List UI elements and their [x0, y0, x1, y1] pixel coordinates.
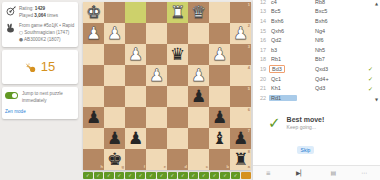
skip-button[interactable]: Skip [297, 146, 315, 154]
puzzle-rating: Rating: 1429 [19, 6, 58, 13]
square-c4[interactable]: ♟ [188, 65, 209, 86]
square-e8[interactable]: e [146, 149, 167, 170]
correct-move-check-icon: ✓ [357, 75, 380, 82]
move-row: 18Rb1Bb7 [253, 55, 380, 65]
black-move-cell[interactable] [313, 95, 357, 101]
black-move-cell[interactable]: Rb8 [313, 0, 357, 5]
white-move-cell[interactable]: Bxh6 [269, 18, 313, 24]
black-move-cell[interactable]: Nf6 [313, 37, 357, 43]
white-move-cell[interactable]: Qd2 [269, 37, 313, 43]
square-e1[interactable] [146, 2, 167, 23]
move-number: 13 [253, 8, 269, 14]
black-pawn: ♟ [233, 130, 248, 147]
move-row: 15Qxh6Ng4 [253, 26, 380, 36]
rank-coordinate: 4 [248, 66, 250, 70]
square-h4[interactable] [83, 65, 104, 86]
square-b1[interactable] [209, 2, 230, 23]
square-a5[interactable]: 5 [230, 86, 251, 107]
streak-solved-square: ✓ [115, 172, 125, 179]
streak-count: 15 [41, 58, 55, 77]
square-d8[interactable]: d [167, 149, 188, 170]
file-coordinate: c [206, 165, 208, 169]
white-pawn: ♟ [107, 25, 122, 42]
jump-toggle-label: Jump to next puzzle immediately [22, 91, 75, 104]
black-move-cell[interactable]: Bxc5 [313, 8, 357, 14]
analysis-icon[interactable]: ▤ [330, 170, 336, 176]
white-move-cell[interactable]: Qc1 [269, 76, 313, 82]
square-b3[interactable]: ♟ [209, 44, 230, 65]
square-h6[interactable]: ♟ [83, 107, 104, 128]
file-coordinate: g [122, 165, 124, 169]
streak-solved-square: ✓ [157, 172, 167, 179]
square-b2[interactable] [209, 23, 230, 44]
square-e4[interactable]: ♟ [146, 65, 167, 86]
scroll-up-icon[interactable]: ▲ [375, 1, 378, 6]
feedback-title: Best move! [287, 116, 325, 123]
rank-coordinate: 3 [248, 45, 250, 49]
from-game-link[interactable]: From game #5o1jK • Rapid [19, 23, 74, 30]
move-number: 22 [253, 95, 269, 101]
black-color-icon: ● [19, 37, 23, 42]
white-move-cell[interactable]: Kh1 [269, 85, 313, 91]
black-pawn: ♟ [107, 130, 122, 147]
correct-move-check-icon: ✓ [357, 65, 380, 72]
rank-coordinate: 6 [248, 108, 250, 112]
square-c6[interactable] [188, 107, 209, 128]
square-f5[interactable] [125, 86, 146, 107]
square-e2[interactable] [146, 23, 167, 44]
playback-controls: ≡▶▏▤⋯ [253, 165, 380, 180]
square-a4[interactable]: 4 [230, 65, 251, 86]
square-d6[interactable] [167, 107, 188, 128]
black-pawn: ♟ [191, 88, 206, 105]
streak-current-square [241, 172, 251, 179]
rank-coordinate: 1 [248, 3, 250, 7]
streak-comet-icon [25, 62, 36, 73]
move-row: 22Rd1 [253, 93, 380, 103]
menu-icon[interactable]: ≡ [266, 170, 271, 176]
move-row: 16Qd2Nf6 [253, 35, 380, 45]
move-number: 14 [253, 18, 269, 24]
board-column: ♚♜♛1♟♟♟2♟♛♟3♟♟4♟5♟♟6♟♟♝♟7h♚gfedcb♜8a ✓✓✓… [83, 2, 251, 180]
square-f7[interactable]: ♟ [125, 128, 146, 149]
file-coordinate: h [101, 165, 103, 169]
square-c5[interactable]: ♟ [188, 86, 209, 107]
best-move-check-icon: ✓ [268, 116, 281, 131]
black-move-cell[interactable]: Ng4 [313, 28, 357, 34]
puzzle-target-icon [5, 6, 16, 16]
square-f4[interactable] [125, 65, 146, 86]
square-e6[interactable] [146, 107, 167, 128]
square-d5[interactable] [167, 86, 188, 107]
move-row: 14Bxh6Bxh6 [253, 16, 380, 26]
square-g6[interactable] [104, 107, 125, 128]
white-pawn: ♟ [128, 46, 143, 63]
square-b4[interactable] [209, 65, 230, 86]
rank-coordinate: 8 [248, 150, 250, 154]
move-number: 21 [253, 85, 269, 91]
white-move-cell[interactable]: c4 [269, 0, 313, 5]
streak-solved-square: ✓ [178, 172, 188, 179]
streak-solved-square: ✓ [125, 172, 135, 179]
file-coordinate: f [144, 165, 145, 169]
streak-solved-square: ✓ [231, 172, 241, 179]
square-g8[interactable]: ♚g [104, 149, 125, 170]
square-g1[interactable] [104, 2, 125, 23]
square-f2[interactable] [125, 23, 146, 44]
black-bishop: ♝ [212, 130, 227, 147]
square-e7[interactable] [146, 128, 167, 149]
square-f8[interactable]: f [125, 149, 146, 170]
square-e5[interactable] [146, 86, 167, 107]
side-panel: ▲ ▼ 12c4Rb813Bc5Bxc514Bxh6Bxh615Qxh6Ng41… [253, 0, 380, 180]
square-a2[interactable]: ♟2 [230, 23, 251, 44]
move-number: 12 [253, 0, 269, 5]
zen-mode-link[interactable]: Zen mode [5, 109, 26, 116]
move-number: 18 [253, 56, 269, 62]
toggle-knob [12, 93, 17, 98]
square-a8[interactable]: ♜8a [230, 149, 251, 170]
square-d2[interactable] [167, 23, 188, 44]
black-queen: ♛ [170, 46, 185, 63]
streak-score-card: 15 [2, 50, 78, 84]
white-move-cell[interactable]: Rd1 [269, 95, 313, 101]
white-queen: ♛ [191, 4, 206, 21]
white-color-icon: ○ [19, 30, 23, 35]
black-rook: ♜ [233, 151, 248, 168]
streak-solved-square: ✓ [136, 172, 146, 179]
puzzle-app: Rating: 1429 Played 3,064 times From gam… [0, 0, 380, 180]
black-pawn: ♟ [212, 109, 227, 126]
move-row: 19Bd3Qxd3✓ [253, 64, 380, 74]
streak-solved-square: ✓ [210, 172, 220, 179]
square-c7[interactable] [188, 128, 209, 149]
square-b8[interactable]: b [209, 149, 230, 170]
square-h7[interactable] [83, 128, 104, 149]
black-pawn: ♟ [86, 109, 101, 126]
black-move-cell[interactable]: Qd3 [313, 85, 357, 91]
white-player: ○ Southmagician (1747) [19, 30, 74, 37]
move-number: 16 [253, 37, 269, 43]
rank-coordinate: 5 [248, 87, 250, 91]
next-icon[interactable]: ▶▏ [296, 170, 305, 176]
square-a6[interactable]: 6 [230, 107, 251, 128]
square-b6[interactable]: ♟ [209, 107, 230, 128]
square-g7[interactable]: ♟ [104, 128, 125, 149]
black-move-cell[interactable]: Bb7 [313, 56, 357, 62]
scroll-down-icon[interactable]: ▼ [375, 97, 378, 102]
square-g5[interactable] [104, 86, 125, 107]
square-h3[interactable] [83, 44, 104, 65]
white-move-cell[interactable]: Bc5 [269, 8, 313, 14]
square-c3[interactable] [188, 44, 209, 65]
puzzle-info-card: Rating: 1429 Played 3,064 times From gam… [2, 2, 78, 47]
white-pawn: ♟ [86, 25, 101, 42]
black-player: ● AB3000K2 (1807) [19, 37, 74, 44]
move-row: 20Qc1Qd4+✓ [253, 74, 380, 84]
white-move-cell[interactable]: Bd3 [269, 65, 313, 73]
square-b7[interactable]: ♝ [209, 128, 230, 149]
black-move-cell[interactable]: Qd4+ [313, 76, 357, 82]
move-row: 12c4Rb8 [253, 0, 380, 7]
rapid-rabbit-icon [5, 23, 16, 33]
file-coordinate: b [227, 165, 229, 169]
square-a3[interactable]: 3 [230, 44, 251, 65]
jump-toggle[interactable] [5, 92, 18, 99]
black-pawn: ♟ [128, 130, 143, 147]
file-coordinate: a [248, 165, 250, 169]
correct-move-check-icon: ✓ [357, 85, 380, 92]
square-g3[interactable] [104, 44, 125, 65]
black-move-cell[interactable]: Nh5 [313, 47, 357, 53]
more-icon[interactable]: ⋯ [361, 170, 367, 176]
settings-card: Jump to next puzzle immediately Zen mode [2, 87, 78, 119]
black-king: ♚ [107, 151, 122, 168]
square-f1[interactable] [125, 2, 146, 23]
streak-solved-square: ✓ [104, 172, 114, 179]
black-move-cell[interactable]: Bxh6 [313, 18, 357, 24]
move-number: 15 [253, 28, 269, 34]
square-c1[interactable]: ♛ [188, 2, 209, 23]
black-move-cell[interactable]: Qxd3 [313, 66, 357, 72]
square-f6[interactable] [125, 107, 146, 128]
square-h8[interactable]: h [83, 149, 104, 170]
square-c8[interactable]: c [188, 149, 209, 170]
square-g4[interactable] [104, 65, 125, 86]
square-h5[interactable] [83, 86, 104, 107]
feedback-box: ✓ Best move! Keep going... Skip [253, 108, 380, 156]
move-row: 21Kh1Qd3✓ [253, 83, 380, 93]
square-a7[interactable]: ♟7 [230, 128, 251, 149]
move-number: 19 [253, 66, 269, 72]
streak-solved-square: ✓ [189, 172, 199, 179]
white-move-cell[interactable]: b3 [269, 47, 313, 53]
square-f3[interactable]: ♟ [125, 44, 146, 65]
square-c2[interactable] [188, 23, 209, 44]
streak-solved-square: ✓ [83, 172, 93, 179]
white-pawn: ♟ [149, 67, 164, 84]
rank-coordinate: 7 [248, 129, 250, 133]
move-row: 13Bc5Bxc5 [253, 7, 380, 17]
move-list: ▲ ▼ 12c4Rb813Bc5Bxc514Bxh6Bxh615Qxh6Ng41… [253, 0, 380, 108]
chess-board: ♚♜♛1♟♟♟2♟♛♟3♟♟4♟5♟♟6♟♟♝♟7h♚gfedcb♜8a [83, 2, 251, 170]
feedback-subtitle: Keep going... [287, 124, 325, 130]
sidebar: Rating: 1429 Played 3,064 times From gam… [0, 0, 80, 180]
streak-solved-square: ✓ [199, 172, 209, 179]
rank-coordinate: 2 [248, 24, 250, 28]
move-number: 17 [253, 47, 269, 53]
streak-solved-square: ✓ [168, 172, 178, 179]
move-number: 20 [253, 76, 269, 82]
white-move-cell[interactable]: Rb1 [269, 56, 313, 62]
square-g2[interactable]: ♟ [104, 23, 125, 44]
square-a1[interactable]: 1 [230, 2, 251, 23]
streak-solved-square: ✓ [220, 172, 230, 179]
square-d3[interactable]: ♛ [167, 44, 188, 65]
streak-solved-square: ✓ [94, 172, 104, 179]
puzzle-played: Played 3,064 times [19, 13, 58, 20]
white-king: ♚ [86, 4, 101, 21]
white-pawn: ♟ [191, 67, 206, 84]
streak-progress-bar: ✓✓✓✓✓✓✓✓✓✓✓✓✓✓✓ [83, 172, 251, 179]
white-move-cell[interactable]: Qxh6 [269, 28, 313, 34]
white-pawn: ♟ [233, 25, 248, 42]
square-e3[interactable] [146, 44, 167, 65]
square-b5[interactable] [209, 86, 230, 107]
square-d1[interactable]: ♜ [167, 2, 188, 23]
square-d4[interactable] [167, 65, 188, 86]
file-coordinate: e [164, 165, 166, 169]
white-rook: ♜ [170, 4, 185, 21]
move-row: 17b3Nh5 [253, 45, 380, 55]
streak-solved-square: ✓ [146, 172, 156, 179]
square-d7[interactable] [167, 128, 188, 149]
square-h1[interactable]: ♚ [83, 2, 104, 23]
file-coordinate: d [185, 165, 187, 169]
square-h2[interactable]: ♟ [83, 23, 104, 44]
white-pawn: ♟ [212, 46, 227, 63]
